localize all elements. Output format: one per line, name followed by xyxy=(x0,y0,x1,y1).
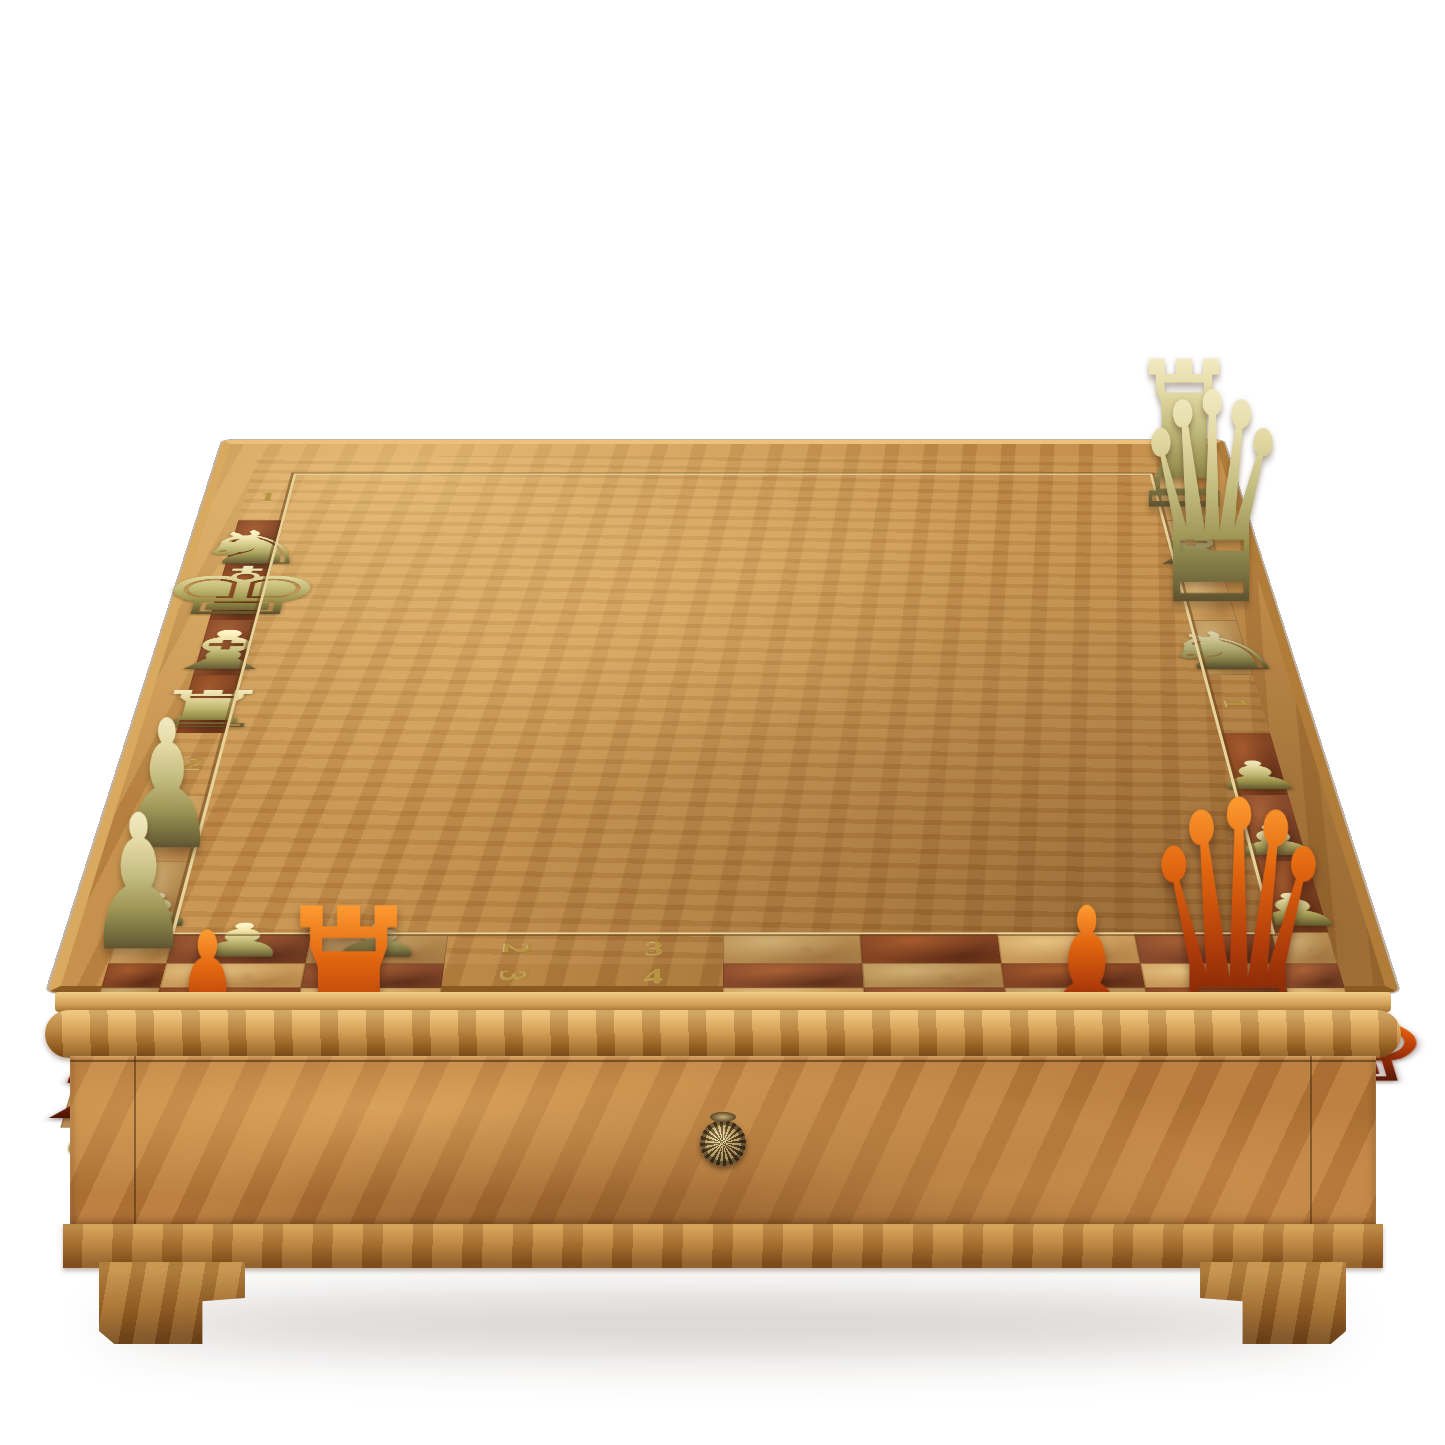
rank-label-left-1: 1 xyxy=(238,475,296,521)
frame-corner xyxy=(296,456,406,474)
amber-chess-set-photo: 1♜♞♝♚♛♝♞♜12♟♟♟♟♟♟♟♟2334455667♟♟♟♟♟♟♟♟78♜… xyxy=(0,0,1445,1445)
frame-corner xyxy=(251,456,300,474)
box-bottom-molding xyxy=(63,1224,1383,1268)
ground-shadow xyxy=(103,1296,1343,1352)
storage-drawer-front xyxy=(70,1056,1376,1226)
piece-white-king[interactable]: ♚ xyxy=(145,565,335,618)
rank-label-left-3: 3 xyxy=(583,932,722,963)
square-b1[interactable]: ♞ xyxy=(1188,620,1253,675)
board-frame: 1♜♞♝♚♛♝♞♜12♟♟♟♟♟♟♟♟2334455667♟♟♟♟♟♟♟♟78♜… xyxy=(47,440,1399,992)
board-grid: 1♜♞♝♚♛♝♞♜12♟♟♟♟♟♟♟♟2334455667♟♟♟♟♟♟♟♟78♜… xyxy=(108,456,1337,963)
rank-label-right-3: 3 xyxy=(441,964,583,988)
drawer-knob[interactable] xyxy=(700,1120,746,1166)
square-g3[interactable] xyxy=(860,932,1001,963)
piece-white-knight[interactable]: ♞ xyxy=(1150,631,1294,673)
square-d1[interactable]: ♛ xyxy=(1174,569,1236,620)
box-top-molding xyxy=(45,1010,1401,1058)
frame-corner xyxy=(616,456,723,474)
chess-board: 1♜♞♝♚♛♝♞♜12♟♟♟♟♟♟♟♟2334455667♟♟♟♟♟♟♟♟78♜… xyxy=(47,440,1399,992)
square-c1[interactable]: ♝ xyxy=(193,620,258,675)
piece-white-queen[interactable]: ♛ xyxy=(1131,385,1292,617)
frame-corner xyxy=(933,456,1042,474)
rank-label-left-4: 4 xyxy=(582,964,723,988)
square-g4[interactable] xyxy=(862,964,1004,988)
piece-white-bishop[interactable]: ♝ xyxy=(148,629,298,672)
drawer-seam-left xyxy=(134,1056,136,1226)
square-h4[interactable] xyxy=(723,964,864,988)
frame-corner xyxy=(509,456,617,474)
square-e1[interactable]: ♚ xyxy=(209,569,271,620)
frame-corner xyxy=(723,456,830,474)
frame-corner xyxy=(402,456,511,474)
square-h3[interactable] xyxy=(723,932,862,963)
rank-label-right-2: 2 xyxy=(444,932,585,963)
board-front-bevel xyxy=(55,992,1391,1012)
frame-corner xyxy=(828,456,936,474)
drawer-seam-right xyxy=(1310,1056,1312,1226)
drawer-seam xyxy=(70,1060,1376,1062)
